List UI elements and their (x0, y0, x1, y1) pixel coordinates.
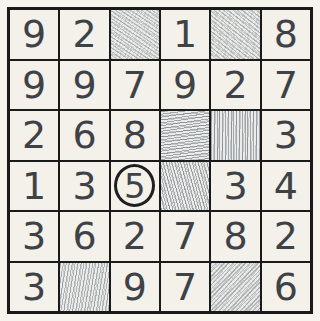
cell-r5c1[interactable]: 3 (10, 212, 58, 261)
cell-value: 7 (173, 217, 197, 255)
cell-r2c6[interactable]: 7 (262, 61, 310, 110)
shaded-cell-r3c4[interactable] (161, 111, 209, 160)
cell-r3c6[interactable]: 3 (262, 111, 310, 160)
cell-r6c4[interactable]: 7 (161, 263, 209, 312)
cell-value: 2 (22, 116, 46, 154)
cell-value: 3 (22, 217, 46, 255)
cell-r6c6[interactable]: 6 (262, 263, 310, 312)
cell-value: 6 (274, 268, 298, 306)
page: { "game": "hitori", "board": { "rows": 6… (0, 0, 320, 321)
cell-value: 1 (173, 15, 197, 53)
cell-r5c4[interactable]: 7 (161, 212, 209, 261)
cell-value: 6 (72, 116, 96, 154)
cell-value: 9 (72, 66, 96, 104)
cell-value: 8 (274, 15, 298, 53)
cell-value: 5 (124, 169, 146, 203)
cell-r5c5[interactable]: 8 (211, 212, 259, 261)
cell-r3c1[interactable]: 2 (10, 111, 58, 160)
cell-r1c4[interactable]: 1 (161, 10, 209, 59)
shaded-cell-r1c3[interactable] (111, 10, 159, 59)
cell-r2c1[interactable]: 9 (10, 61, 58, 110)
cell-value: 3 (274, 116, 298, 154)
shaded-cell-r6c2[interactable] (60, 263, 108, 312)
cell-r4c2[interactable]: 3 (60, 162, 108, 211)
circle-mark: 5 (114, 164, 155, 207)
cell-r4c6[interactable]: 4 (262, 162, 310, 211)
shaded-cell-r3c5[interactable] (211, 111, 259, 160)
shaded-cell-r4c4[interactable] (161, 162, 209, 211)
cell-r4c5[interactable]: 3 (211, 162, 259, 211)
hitori-board: 92189979272683135343627823976 (7, 7, 313, 314)
cell-value: 7 (274, 66, 298, 104)
cell-r4c3[interactable]: 5 (111, 162, 159, 211)
cell-r2c5[interactable]: 2 (211, 61, 259, 110)
cell-r2c2[interactable]: 9 (60, 61, 108, 110)
shaded-cell-r1c5[interactable] (211, 10, 259, 59)
cell-value: 6 (72, 217, 96, 255)
cell-value: 2 (274, 217, 298, 255)
cell-r1c6[interactable]: 8 (262, 10, 310, 59)
cell-r6c1[interactable]: 3 (10, 263, 58, 312)
cell-r5c6[interactable]: 2 (262, 212, 310, 261)
cell-r6c3[interactable]: 9 (111, 263, 159, 312)
cell-r2c4[interactable]: 9 (161, 61, 209, 110)
cell-value: 2 (123, 217, 147, 255)
cell-r4c1[interactable]: 1 (10, 162, 58, 211)
cell-r3c3[interactable]: 8 (111, 111, 159, 160)
cell-value: 7 (123, 66, 147, 104)
cell-r1c1[interactable]: 9 (10, 10, 58, 59)
cell-r5c2[interactable]: 6 (60, 212, 108, 261)
cell-value: 3 (22, 268, 46, 306)
cell-value: 9 (22, 15, 46, 53)
cell-value: 9 (173, 66, 197, 104)
cell-value: 3 (72, 167, 96, 205)
cell-r3c2[interactable]: 6 (60, 111, 108, 160)
cell-value: 2 (72, 15, 96, 53)
cell-value: 3 (223, 167, 247, 205)
cell-value: 9 (123, 268, 147, 306)
cell-value: 8 (223, 217, 247, 255)
cell-r2c3[interactable]: 7 (111, 61, 159, 110)
cell-value: 2 (223, 66, 247, 104)
cell-value: 1 (22, 167, 46, 205)
cell-value: 8 (123, 116, 147, 154)
cell-r1c2[interactable]: 2 (60, 10, 108, 59)
cell-r5c3[interactable]: 2 (111, 212, 159, 261)
shaded-cell-r6c5[interactable] (211, 263, 259, 312)
cell-value: 4 (274, 167, 298, 205)
cell-value: 7 (173, 268, 197, 306)
cell-value: 9 (22, 66, 46, 104)
